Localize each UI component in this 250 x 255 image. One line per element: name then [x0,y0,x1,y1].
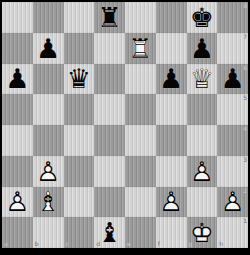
square-h5[interactable]: 5 [217,94,248,125]
square-a7[interactable] [2,33,33,64]
square-c8[interactable] [64,2,95,33]
square-g2[interactable] [187,187,218,218]
square-h8[interactable]: 8 [217,2,248,33]
square-c5[interactable] [64,94,95,125]
square-d3[interactable] [94,156,125,187]
square-f1[interactable]: f [156,217,187,248]
piece-white-rook[interactable]: ♜♖ [125,33,156,64]
square-g5[interactable] [187,94,218,125]
square-f5[interactable] [156,94,187,125]
piece-white-pawn[interactable]: ♟♙ [187,156,218,187]
chess-board: ♜♚8♟♜♖♟7♟♛♟♛♕6♟54♟♙♟♙3♟♙♝♗♟♙2♟♙abcd♝efg♚… [2,2,248,248]
black-pawn-icon: ♟ [188,35,215,62]
square-e6[interactable] [125,64,156,95]
square-h6[interactable]: 6♟ [217,64,248,95]
white-pawn-icon: ♟♙ [158,188,185,215]
square-e1[interactable]: e [125,217,156,248]
square-h7[interactable]: 7 [217,33,248,64]
black-rook-icon: ♜ [96,4,123,31]
black-pawn-icon: ♟ [158,65,185,92]
white-pawn-icon: ♟♙ [219,188,246,215]
square-h4[interactable]: 4 [217,125,248,156]
white-pawn-icon: ♟♙ [4,188,31,215]
rank-label-2: 2 [243,188,247,194]
rank-label-7: 7 [243,34,247,40]
square-f7[interactable] [156,33,187,64]
white-pawn-icon: ♟♙ [35,158,62,185]
square-b2[interactable]: ♝♗ [33,187,64,218]
piece-black-queen[interactable]: ♛ [64,64,95,95]
piece-glyph-solid: ♟ [35,35,62,62]
square-b5[interactable] [33,94,64,125]
piece-black-pawn[interactable]: ♟ [187,33,218,64]
piece-glyph-solid: ♟ [219,65,246,92]
square-b7[interactable]: ♟ [33,33,64,64]
piece-glyph-outline: ♖ [127,35,154,62]
piece-black-pawn[interactable]: ♟ [33,33,64,64]
piece-glyph-outline: ♙ [158,188,185,215]
piece-black-rook[interactable]: ♜ [94,2,125,33]
file-label-g: g [189,241,193,247]
square-a4[interactable] [2,125,33,156]
square-b6[interactable] [33,64,64,95]
file-label-f: f [158,241,160,247]
piece-glyph-solid: ♛ [65,65,92,92]
square-h3[interactable]: 3 [217,156,248,187]
piece-black-pawn[interactable]: ♟ [2,64,33,95]
black-queen-icon: ♛ [65,65,92,92]
rank-label-4: 4 [243,126,247,132]
white-pawn-icon: ♟♙ [188,158,215,185]
square-b8[interactable] [33,2,64,33]
piece-glyph-outline: ♙ [4,188,31,215]
piece-white-pawn[interactable]: ♟♙ [2,187,33,218]
chess-board-frame: ♜♚8♟♜♖♟7♟♛♟♛♕6♟54♟♙♟♙3♟♙♝♗♟♙2♟♙abcd♝efg♚… [0,0,250,255]
black-king-icon: ♚ [188,4,215,31]
piece-glyph-outline: ♔ [188,219,215,246]
square-a6[interactable]: ♟ [2,64,33,95]
black-bishop-icon: ♝ [96,219,123,246]
square-g1[interactable]: g♚♔ [187,217,218,248]
square-a2[interactable]: ♟♙ [2,187,33,218]
piece-glyph-outline: ♗ [35,188,62,215]
rank-label-5: 5 [243,95,247,101]
square-a1[interactable]: a [2,217,33,248]
square-a5[interactable] [2,94,33,125]
square-d5[interactable] [94,94,125,125]
square-d7[interactable] [94,33,125,64]
square-a3[interactable] [2,156,33,187]
black-pawn-icon: ♟ [219,65,246,92]
square-g3[interactable]: ♟♙ [187,156,218,187]
file-label-h: h [219,241,223,247]
piece-white-pawn[interactable]: ♟♙ [33,156,64,187]
piece-black-pawn[interactable]: ♟ [156,64,187,95]
white-queen-icon: ♛♕ [188,65,215,92]
square-h2[interactable]: 2♟♙ [217,187,248,218]
piece-black-king[interactable]: ♚ [187,2,218,33]
file-label-c: c [66,241,69,247]
square-b3[interactable]: ♟♙ [33,156,64,187]
file-label-b: b [35,241,39,247]
square-c3[interactable] [64,156,95,187]
white-rook-icon: ♜♖ [127,35,154,62]
square-c1[interactable]: c [64,217,95,248]
black-pawn-icon: ♟ [35,35,62,62]
square-e7[interactable]: ♜♖ [125,33,156,64]
square-c2[interactable] [64,187,95,218]
square-g4[interactable] [187,125,218,156]
piece-glyph-solid: ♟ [188,35,215,62]
file-label-e: e [127,241,131,247]
piece-white-queen[interactable]: ♛♕ [187,64,218,95]
piece-glyph-outline: ♙ [219,188,246,215]
square-a8[interactable] [2,2,33,33]
piece-glyph-solid: ♜ [96,4,123,31]
square-f3[interactable] [156,156,187,187]
rank-label-3: 3 [243,157,247,163]
piece-glyph-solid: ♟ [158,65,185,92]
white-bishop-icon: ♝♗ [35,188,62,215]
square-h1[interactable]: 1h [217,217,248,248]
file-label-d: d [96,241,100,247]
piece-glyph-outline: ♙ [188,158,215,185]
piece-glyph-outline: ♙ [35,158,62,185]
square-f2[interactable]: ♟♙ [156,187,187,218]
square-e2[interactable] [125,187,156,218]
square-f6[interactable]: ♟ [156,64,187,95]
file-label-a: a [4,241,8,247]
square-c4[interactable] [64,125,95,156]
square-c6[interactable]: ♛ [64,64,95,95]
square-e5[interactable] [125,94,156,125]
rank-label-8: 8 [243,3,247,9]
black-pawn-icon: ♟ [4,65,31,92]
square-g8[interactable]: ♚ [187,2,218,33]
square-d2[interactable] [94,187,125,218]
square-e3[interactable] [125,156,156,187]
square-f4[interactable] [156,125,187,156]
square-e8[interactable] [125,2,156,33]
white-king-icon: ♚♔ [188,219,215,246]
square-g6[interactable]: ♛♕ [187,64,218,95]
piece-white-bishop[interactable]: ♝♗ [33,187,64,218]
piece-white-pawn[interactable]: ♟♙ [156,187,187,218]
piece-glyph-solid: ♝ [96,219,123,246]
square-f8[interactable] [156,2,187,33]
square-b4[interactable] [33,125,64,156]
rank-label-6: 6 [243,65,247,71]
square-b1[interactable]: b [33,217,64,248]
piece-glyph-solid: ♚ [188,4,215,31]
piece-glyph-solid: ♟ [4,65,31,92]
square-c7[interactable] [64,33,95,64]
square-d4[interactable] [94,125,125,156]
square-g7[interactable]: ♟ [187,33,218,64]
square-d8[interactable]: ♜ [94,2,125,33]
square-d1[interactable]: d♝ [94,217,125,248]
square-e4[interactable] [125,125,156,156]
square-d6[interactable] [94,64,125,95]
rank-label-1: 1 [243,218,247,224]
piece-glyph-outline: ♕ [188,65,215,92]
